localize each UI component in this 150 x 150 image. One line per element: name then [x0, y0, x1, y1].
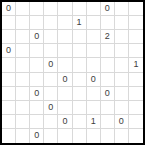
cell-r4c10[interactable] — [129, 44, 143, 58]
cell-r7c5[interactable] — [58, 87, 72, 101]
cell-r2c5[interactable] — [58, 16, 72, 30]
cell-r2c9[interactable] — [115, 16, 129, 30]
cell-r6c10[interactable] — [129, 73, 143, 87]
cell-r9c9: 0 — [115, 115, 129, 129]
cell-r9c1[interactable] — [2, 115, 16, 129]
cell-r2c10[interactable] — [129, 16, 143, 30]
cell-r10c2[interactable] — [16, 129, 30, 143]
cell-r4c1: 0 — [2, 44, 16, 58]
cell-r3c1[interactable] — [2, 30, 16, 44]
cell-r8c10[interactable] — [129, 101, 143, 115]
cell-r2c4[interactable] — [44, 16, 58, 30]
cell-r9c2[interactable] — [16, 115, 30, 129]
cell-r1c2[interactable] — [16, 2, 30, 16]
cell-r2c2[interactable] — [16, 16, 30, 30]
cell-r10c3: 0 — [30, 129, 44, 143]
cell-r6c8[interactable] — [101, 73, 115, 87]
cell-r6c9[interactable] — [115, 73, 129, 87]
cell-r5c4: 0 — [44, 58, 58, 72]
cell-r2c3[interactable] — [30, 16, 44, 30]
cell-r6c6[interactable] — [73, 73, 87, 87]
cell-r6c5: 0 — [58, 73, 72, 87]
cell-r9c7: 1 — [87, 115, 101, 129]
cell-r5c9[interactable] — [115, 58, 129, 72]
cell-r4c7[interactable] — [87, 44, 101, 58]
cell-r5c5[interactable] — [58, 58, 72, 72]
cell-r7c2[interactable] — [16, 87, 30, 101]
cell-r4c3[interactable] — [30, 44, 44, 58]
cell-r3c2[interactable] — [16, 30, 30, 44]
cell-r6c4[interactable] — [44, 73, 58, 87]
cell-r7c7[interactable] — [87, 87, 101, 101]
cell-r5c1[interactable] — [2, 58, 16, 72]
cell-r3c8: 2 — [101, 30, 115, 44]
cell-r1c4[interactable] — [44, 2, 58, 16]
puzzle-grid: 00102001000000100 — [0, 0, 145, 145]
cell-r7c6[interactable] — [73, 87, 87, 101]
cell-r10c1[interactable] — [2, 129, 16, 143]
cell-r7c9[interactable] — [115, 87, 129, 101]
cell-r10c5[interactable] — [58, 129, 72, 143]
cell-r3c5[interactable] — [58, 30, 72, 44]
cell-r9c8[interactable] — [101, 115, 115, 129]
puzzle-page: 00102001000000100 — [0, 0, 150, 150]
cell-r6c7: 0 — [87, 73, 101, 87]
cell-r8c9[interactable] — [115, 101, 129, 115]
cell-r9c6[interactable] — [73, 115, 87, 129]
cell-r4c8[interactable] — [101, 44, 115, 58]
cell-r8c1[interactable] — [2, 101, 16, 115]
cell-r10c8[interactable] — [101, 129, 115, 143]
cell-r7c4[interactable] — [44, 87, 58, 101]
cell-r2c7[interactable] — [87, 16, 101, 30]
cell-r4c5[interactable] — [58, 44, 72, 58]
cell-r4c4[interactable] — [44, 44, 58, 58]
cell-r5c3[interactable] — [30, 58, 44, 72]
cell-r1c1: 0 — [2, 2, 16, 16]
cell-r2c1[interactable] — [2, 16, 16, 30]
cell-r4c9[interactable] — [115, 44, 129, 58]
cell-r7c1[interactable] — [2, 87, 16, 101]
cell-r1c10[interactable] — [129, 2, 143, 16]
cell-r5c2[interactable] — [16, 58, 30, 72]
cell-r2c6: 1 — [73, 16, 87, 30]
cell-r7c8: 0 — [101, 87, 115, 101]
cell-r6c2[interactable] — [16, 73, 30, 87]
cell-r4c6[interactable] — [73, 44, 87, 58]
cell-r9c10[interactable] — [129, 115, 143, 129]
cell-r7c10[interactable] — [129, 87, 143, 101]
cell-r5c6[interactable] — [73, 58, 87, 72]
cell-r5c8[interactable] — [101, 58, 115, 72]
cell-r1c7[interactable] — [87, 2, 101, 16]
cell-r3c7[interactable] — [87, 30, 101, 44]
cell-r7c3: 0 — [30, 87, 44, 101]
cell-r5c10: 1 — [129, 58, 143, 72]
cell-r6c1[interactable] — [2, 73, 16, 87]
cell-r2c8[interactable] — [101, 16, 115, 30]
cell-r9c4[interactable] — [44, 115, 58, 129]
cell-r8c3[interactable] — [30, 101, 44, 115]
cell-r10c4[interactable] — [44, 129, 58, 143]
cell-r1c3[interactable] — [30, 2, 44, 16]
cell-r6c3[interactable] — [30, 73, 44, 87]
cell-r8c7[interactable] — [87, 101, 101, 115]
cell-r10c7[interactable] — [87, 129, 101, 143]
cell-r9c5: 0 — [58, 115, 72, 129]
cell-r3c9[interactable] — [115, 30, 129, 44]
cell-r9c3[interactable] — [30, 115, 44, 129]
cell-r1c5[interactable] — [58, 2, 72, 16]
cell-r8c8[interactable] — [101, 101, 115, 115]
cell-r3c4[interactable] — [44, 30, 58, 44]
cell-r1c6[interactable] — [73, 2, 87, 16]
cell-r3c3: 0 — [30, 30, 44, 44]
cell-r3c10[interactable] — [129, 30, 143, 44]
cell-r3c6[interactable] — [73, 30, 87, 44]
cell-r10c6[interactable] — [73, 129, 87, 143]
cell-r10c9[interactable] — [115, 129, 129, 143]
cell-r8c2[interactable] — [16, 101, 30, 115]
cell-r10c10[interactable] — [129, 129, 143, 143]
cell-r8c4: 0 — [44, 101, 58, 115]
cell-r4c2[interactable] — [16, 44, 30, 58]
cell-r8c5[interactable] — [58, 101, 72, 115]
cell-r1c9[interactable] — [115, 2, 129, 16]
cell-r5c7[interactable] — [87, 58, 101, 72]
cell-r1c8: 0 — [101, 2, 115, 16]
cell-r8c6[interactable] — [73, 101, 87, 115]
